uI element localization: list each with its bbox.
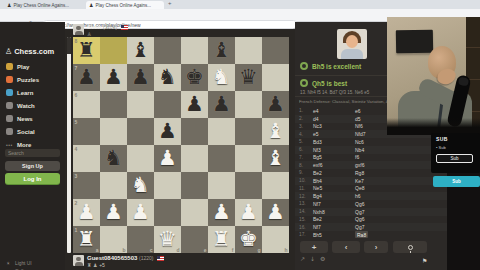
- black-move[interactable]: Ke7: [355, 178, 364, 184]
- sidebar-item-social[interactable]: Social: [6, 127, 35, 136]
- white-pawn-g2[interactable]: ♟: [235, 199, 262, 226]
- tab-title: Play Chess Online Agains...: [13, 3, 69, 8]
- browser-tab-strip: ♟ Play Chess Online Agains... ♟ Play Che…: [0, 0, 480, 9]
- square-f7[interactable]: ♞: [208, 64, 235, 91]
- wall-tv: [396, 30, 433, 54]
- square-e1[interactable]: e: [181, 226, 208, 253]
- white-pawn-c2[interactable]: ♟: [127, 199, 154, 226]
- browser-tab-2[interactable]: ♟ Play Chess Online Agains...: [86, 1, 164, 9]
- white-queen-d1[interactable]: ♛: [154, 226, 181, 253]
- square-g1[interactable]: g♚: [235, 226, 262, 253]
- square-c3[interactable]: ♞: [127, 172, 154, 199]
- square-h2[interactable]: ♟: [262, 199, 289, 226]
- square-f4[interactable]: [208, 145, 235, 172]
- best-move-icon: [300, 79, 308, 87]
- browser-tab-1[interactable]: ♟ Play Chess Online Agains...: [4, 1, 82, 9]
- black-move[interactable]: d5: [355, 116, 361, 122]
- black-king-e7[interactable]: ♚: [181, 64, 208, 91]
- square-d8[interactable]: [154, 37, 181, 64]
- black-pawn-b7[interactable]: ♟: [100, 64, 127, 91]
- black-pawn-f6[interactable]: ♟: [208, 91, 235, 118]
- logo-pawn-icon: ♙: [5, 47, 12, 56]
- white-bishop-h4[interactable]: ♝: [262, 145, 289, 172]
- square-d2[interactable]: [154, 199, 181, 226]
- black-move[interactable]: Qe8: [355, 185, 364, 191]
- black-knight-b4[interactable]: ♞: [100, 145, 127, 172]
- sidebar-item-puzzles[interactable]: Puzzles: [6, 75, 39, 84]
- flag-icon[interactable]: ⚑: [422, 257, 427, 264]
- bottom-player-rating: (1220): [139, 255, 153, 261]
- rank-label: 5: [75, 119, 78, 125]
- download-icon[interactable]: ↓: [310, 255, 315, 262]
- sidebar-item-label: Social: [17, 129, 35, 135]
- social-icon: [6, 128, 13, 135]
- subscribe-note: • Sub: [436, 145, 480, 150]
- square-c7[interactable]: ♟: [127, 64, 154, 91]
- file-label: b: [122, 247, 125, 253]
- white-king-g1[interactable]: ♚: [235, 226, 262, 253]
- square-h7[interactable]: [262, 64, 289, 91]
- white-move[interactable]: Bd3: [313, 139, 355, 145]
- file-label: e: [204, 247, 207, 253]
- square-d5[interactable]: ♟: [154, 118, 181, 145]
- log-in-button[interactable]: Log In: [5, 173, 60, 184]
- black-move[interactable]: Nfd7: [355, 131, 366, 137]
- white-move[interactable]: Nf3: [313, 147, 355, 153]
- prev-move-button[interactable]: ‹: [332, 241, 360, 253]
- light-ui-icon: ☀: [6, 261, 12, 266]
- chesscom-favicon: ♟: [89, 3, 93, 8]
- white-move[interactable]: Nf7: [313, 201, 355, 207]
- black-queen-g7[interactable]: ♛: [235, 64, 262, 91]
- sidebar-item-news[interactable]: News: [6, 114, 33, 123]
- move-row-11: 11.Ne5Qe8: [295, 185, 447, 193]
- rank-label: 6: [75, 92, 78, 98]
- screen: ♟ Play Chess Online Agains... ♟ Play Che…: [0, 0, 480, 270]
- square-a7[interactable]: 7♟: [73, 64, 100, 91]
- top-player-rating: (1100): [103, 24, 117, 30]
- square-c2[interactable]: ♟: [127, 199, 154, 226]
- move-row-13: 13.Nf7Qg6: [295, 200, 447, 208]
- sidebar-item-learn[interactable]: Learn: [6, 88, 33, 97]
- sidebar-item-watch[interactable]: Watch: [6, 101, 35, 110]
- move-row-17: 17.Bh5Ra8: [295, 231, 447, 239]
- add-move-button[interactable]: +: [300, 241, 328, 253]
- square-a1[interactable]: 1a♜: [73, 226, 100, 253]
- square-h1[interactable]: h: [262, 226, 289, 253]
- white-knight-c3[interactable]: ♞: [127, 172, 154, 199]
- square-b6[interactable]: [100, 91, 127, 118]
- play-icon: [6, 63, 13, 70]
- square-g4[interactable]: [235, 145, 262, 172]
- square-e5[interactable]: [181, 118, 208, 145]
- square-c6[interactable]: [127, 91, 154, 118]
- subscribe-cta-button[interactable]: Sub: [433, 176, 480, 187]
- white-rook-f1[interactable]: ♜: [208, 226, 235, 253]
- excellent-move-icon: [300, 62, 308, 70]
- move-row-12: 12.Bg4h6: [295, 192, 447, 200]
- chesscom-favicon: ♟: [7, 3, 11, 8]
- bottom-captured-pieces: ♜ ♟ +5: [87, 262, 105, 268]
- rank-label: 3: [75, 173, 78, 179]
- square-a2[interactable]: 2♟: [73, 199, 100, 226]
- feedback-row-2: Qh5 is best: [300, 79, 347, 87]
- puzzles-icon: [6, 76, 13, 83]
- sidebar-item-label: Watch: [17, 103, 35, 109]
- black-rook-a8[interactable]: ♜: [73, 37, 100, 64]
- sidebar-item-label: Learn: [17, 90, 33, 96]
- square-b8[interactable]: [100, 37, 127, 64]
- square-h4[interactable]: ♝: [262, 145, 289, 172]
- black-pawn-c7[interactable]: ♟: [127, 64, 154, 91]
- black-move[interactable]: Nc6: [355, 139, 364, 145]
- square-d1[interactable]: d♛: [154, 226, 181, 253]
- black-move-current[interactable]: Ra8: [355, 231, 368, 238]
- white-move[interactable]: Nf7: [313, 224, 355, 230]
- square-g7[interactable]: ♛: [235, 64, 262, 91]
- square-a4[interactable]: 4: [73, 145, 100, 172]
- square-b5[interactable]: [100, 118, 127, 145]
- white-rook-a1[interactable]: ♜: [73, 226, 100, 253]
- chess-board[interactable]: 8♜♝♝7♟♟♟♞♚♞♛6♟♟♟5♟♝4♞♟♝3♞2♟♟♟♟♟♟1a♜bcd♛e…: [73, 37, 289, 253]
- coach-avatar: [337, 29, 367, 59]
- black-move[interactable]: Qg7: [355, 209, 364, 215]
- square-d6[interactable]: [154, 91, 181, 118]
- learn-icon: [6, 89, 13, 96]
- square-g5[interactable]: [235, 118, 262, 145]
- move-row-16: 16.Nf7Qg7: [295, 223, 447, 231]
- chesscom-logo[interactable]: ♙ Chess.com: [5, 47, 54, 56]
- top-player-bar: Sven (1100) ♙: [73, 24, 289, 37]
- square-d7[interactable]: ♞: [154, 64, 181, 91]
- white-move[interactable]: Bg5: [313, 154, 355, 160]
- black-pawn-e6[interactable]: ♟: [181, 91, 208, 118]
- square-h6[interactable]: ♟: [262, 91, 289, 118]
- avatar[interactable]: [73, 255, 84, 266]
- logo-text: Chess.com: [14, 47, 54, 56]
- square-b1[interactable]: b: [100, 226, 127, 253]
- black-move[interactable]: Qg6: [355, 216, 364, 222]
- square-g6[interactable]: [235, 91, 262, 118]
- bottom-player-bar: Guest0840565503 (1220) ♜ ♟ +5: [73, 255, 289, 268]
- lightbulb-icon: [408, 245, 413, 250]
- bottom-player-flag-icon: [157, 256, 164, 261]
- square-g8[interactable]: [235, 37, 262, 64]
- sign-up-button[interactable]: Sign Up: [5, 161, 60, 171]
- square-c1[interactable]: c: [127, 226, 154, 253]
- white-pawn-a2[interactable]: ♟: [73, 199, 100, 226]
- sidebar-item-label: More: [17, 142, 31, 148]
- white-move[interactable]: Bh4: [313, 178, 355, 184]
- move-row-15: 15.Be2Qg6: [295, 216, 447, 224]
- white-move[interactable]: Be2: [313, 216, 355, 222]
- subscribe-button[interactable]: Sub: [436, 154, 473, 163]
- white-pawn-d4[interactable]: ♟: [154, 145, 181, 172]
- more-dots-icon: •••: [6, 142, 13, 148]
- feedback-move: Bh5: [312, 63, 324, 70]
- white-move[interactable]: Bh5: [313, 232, 355, 238]
- square-h8[interactable]: [262, 37, 289, 64]
- tab-title: Play Chess Online Agains...: [95, 3, 151, 8]
- black-move[interactable]: Nb4: [355, 147, 364, 153]
- white-move[interactable]: Nxh8: [313, 209, 355, 215]
- square-b7[interactable]: ♟: [100, 64, 127, 91]
- black-move[interactable]: h6: [355, 193, 361, 199]
- white-pawn-f2[interactable]: ♟: [208, 199, 235, 226]
- share-icon[interactable]: ↗: [300, 255, 305, 262]
- white-move[interactable]: d4: [313, 116, 355, 122]
- black-move[interactable]: f6: [355, 154, 359, 160]
- white-pawn-h2[interactable]: ♟: [262, 199, 289, 226]
- news-icon: [6, 115, 13, 122]
- square-g2[interactable]: ♟: [235, 199, 262, 226]
- move-row-5: 5.Bd3Nc6: [295, 138, 447, 146]
- square-e4[interactable]: [181, 145, 208, 172]
- new-tab-button[interactable]: +: [168, 0, 172, 6]
- move-row-6: 6.Nf3Nb4: [295, 146, 447, 154]
- sidebar-item-label: Play: [17, 64, 29, 70]
- black-pawn-a7[interactable]: ♟: [73, 64, 100, 91]
- white-move[interactable]: Ne5: [313, 185, 355, 191]
- sidebar-item-label: Puzzles: [17, 77, 39, 83]
- black-move[interactable]: Qg6: [355, 201, 364, 207]
- square-f6[interactable]: ♟: [208, 91, 235, 118]
- sidebar-item-play[interactable]: Play: [6, 62, 29, 71]
- sidebar-item-more[interactable]: •••More: [6, 140, 31, 149]
- square-d4[interactable]: ♟: [154, 145, 181, 172]
- white-move[interactable]: Be2: [313, 170, 355, 176]
- evaluation-bar: [67, 37, 71, 253]
- file-label: c: [150, 247, 153, 253]
- black-bishop-c8[interactable]: ♝: [127, 37, 154, 64]
- white-move[interactable]: e4: [313, 108, 355, 114]
- move-row-14: 14.Nxh8Qg7: [295, 208, 447, 216]
- move-row-10: 10.Bh4Ke7: [295, 177, 447, 185]
- white-move[interactable]: e5: [313, 131, 355, 137]
- square-a6[interactable]: 6: [73, 91, 100, 118]
- black-move[interactable]: Rg8: [355, 170, 364, 176]
- watch-icon: [6, 102, 13, 109]
- square-g3[interactable]: [235, 172, 262, 199]
- avatar[interactable]: [73, 24, 84, 35]
- square-e3[interactable]: [181, 172, 208, 199]
- move-row-9: 9.Be2Rg8: [295, 169, 447, 177]
- black-move[interactable]: gxf6: [355, 162, 364, 168]
- black-pawn-h6[interactable]: ♟: [262, 91, 289, 118]
- evaluation-bar-black: [67, 37, 71, 54]
- square-f3[interactable]: [208, 172, 235, 199]
- white-knight-f7[interactable]: ♞: [208, 64, 235, 91]
- square-c8[interactable]: ♝: [127, 37, 154, 64]
- square-f1[interactable]: f♜: [208, 226, 235, 253]
- black-bishop-f8[interactable]: ♝: [208, 37, 235, 64]
- hint-button[interactable]: [393, 241, 427, 253]
- rank-label: 4: [75, 146, 78, 152]
- square-b3[interactable]: [100, 172, 127, 199]
- black-pawn-d5[interactable]: ♟: [154, 118, 181, 145]
- move-row-8: 8.exf6gxf6: [295, 161, 447, 169]
- bottom-player-name[interactable]: Guest0840565503 (1220): [87, 255, 164, 261]
- subscribe-title: SUB: [436, 136, 480, 142]
- square-f2[interactable]: ♟: [208, 199, 235, 226]
- square-e8[interactable]: [181, 37, 208, 64]
- square-a3[interactable]: 3: [73, 172, 100, 199]
- file-label: h: [284, 247, 287, 253]
- black-knight-d7[interactable]: ♞: [154, 64, 181, 91]
- square-c5[interactable]: [127, 118, 154, 145]
- black-move[interactable]: Qg7: [355, 224, 364, 230]
- feedback-row-1: Bh5 is excellent: [300, 62, 361, 70]
- feedback-move: Qh5: [312, 80, 325, 87]
- square-a8[interactable]: 8♜: [73, 37, 100, 64]
- white-bishop-h5[interactable]: ♝: [262, 118, 289, 145]
- move-row-7: 7.Bg5f6: [295, 154, 447, 162]
- square-h3[interactable]: [262, 172, 289, 199]
- square-d3[interactable]: [154, 172, 181, 199]
- top-player-flag-icon: [121, 25, 128, 30]
- sidebar-item-label: News: [17, 116, 33, 122]
- square-a5[interactable]: 5: [73, 118, 100, 145]
- subscribe-widget: SUB • Sub Sub: [431, 133, 480, 173]
- square-c4[interactable]: [127, 145, 154, 172]
- square-h5[interactable]: ♝: [262, 118, 289, 145]
- black-move[interactable]: e6: [355, 108, 361, 114]
- sidebar: ♙ Chess.com PlayPuzzlesLearnWatchNewsSoc…: [0, 22, 65, 270]
- square-e2[interactable]: [181, 199, 208, 226]
- white-move[interactable]: exf6: [313, 162, 355, 168]
- square-f8[interactable]: ♝: [208, 37, 235, 64]
- square-e6[interactable]: ♟: [181, 91, 208, 118]
- square-b4[interactable]: ♞: [100, 145, 127, 172]
- gear-icon[interactable]: ⚙: [320, 255, 325, 262]
- black-move[interactable]: Nf6: [355, 123, 363, 129]
- material-advantage: +5: [99, 262, 105, 268]
- white-pawn-b2[interactable]: ♟: [100, 199, 127, 226]
- webcam-overlay: [387, 17, 480, 135]
- white-move[interactable]: Bg4: [313, 193, 355, 199]
- search-input[interactable]: [5, 149, 60, 157]
- square-f5[interactable]: [208, 118, 235, 145]
- next-move-button[interactable]: ›: [364, 241, 388, 253]
- square-b2[interactable]: ♟: [100, 199, 127, 226]
- square-e7[interactable]: ♚: [181, 64, 208, 91]
- white-move[interactable]: Nc3: [313, 123, 355, 129]
- sidebar-footer-light-ui[interactable]: ☀Light UI: [6, 260, 32, 267]
- engine-line: 13. Nh4 f5 14. Bd7 Qf3 15. Ne6 e5: [300, 90, 369, 95]
- top-player-name[interactable]: Sven (1100): [87, 24, 128, 30]
